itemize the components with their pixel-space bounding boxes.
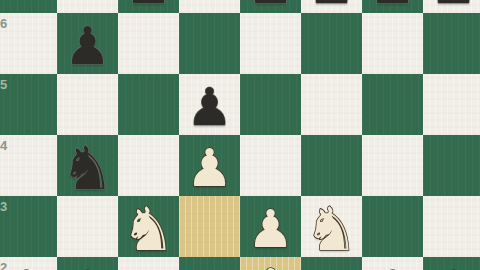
- black-pawn[interactable]: ♟: [369, 0, 416, 11]
- black-pawn[interactable]: ♟: [64, 20, 111, 72]
- white-pawn[interactable]: ♟: [64, 264, 111, 270]
- chess-board-viewport: ♟♟♟♟♟6♟5♟4♞♟3♞♟♞2♟♟♝♟♟: [0, 0, 480, 270]
- square-g7[interactable]: ♟: [362, 0, 423, 13]
- white-knight[interactable]: ♞: [122, 199, 176, 259]
- white-pawn[interactable]: ♟: [369, 264, 416, 270]
- black-pawn[interactable]: ♟: [186, 81, 233, 133]
- rank-label-3: 3: [0, 199, 7, 214]
- square-g2[interactable]: ♟: [362, 257, 423, 270]
- square-c4[interactable]: [118, 135, 179, 196]
- square-b6[interactable]: ♟: [57, 13, 118, 74]
- square-f7[interactable]: ♟: [301, 0, 362, 13]
- square-e6[interactable]: [240, 13, 301, 74]
- square-g6[interactable]: [362, 13, 423, 74]
- square-e7[interactable]: ♟: [240, 0, 301, 13]
- square-g5[interactable]: [362, 74, 423, 135]
- square-h3[interactable]: [423, 196, 480, 257]
- square-h4[interactable]: [423, 135, 480, 196]
- white-pawn[interactable]: ♟: [186, 142, 233, 194]
- square-h6[interactable]: [423, 13, 480, 74]
- square-b4[interactable]: ♞: [57, 135, 118, 196]
- black-knight[interactable]: ♞: [61, 138, 115, 198]
- square-h2[interactable]: ♟: [423, 257, 480, 270]
- chess-board[interactable]: ♟♟♟♟♟6♟5♟4♞♟3♞♟♞2♟♟♝♟♟: [0, 0, 480, 270]
- square-a7[interactable]: [0, 0, 57, 13]
- square-g3[interactable]: [362, 196, 423, 257]
- square-a2[interactable]: 2♟: [0, 257, 57, 270]
- square-f6[interactable]: [301, 13, 362, 74]
- square-c6[interactable]: [118, 13, 179, 74]
- white-knight[interactable]: ♞: [305, 199, 359, 259]
- square-h5[interactable]: [423, 74, 480, 135]
- white-bishop[interactable]: ♝: [245, 262, 295, 270]
- square-b5[interactable]: [57, 74, 118, 135]
- square-b7[interactable]: [57, 0, 118, 13]
- white-pawn[interactable]: ♟: [430, 264, 477, 270]
- square-d3[interactable]: [179, 196, 240, 257]
- square-e3[interactable]: ♟: [240, 196, 301, 257]
- square-h7[interactable]: ♟: [423, 0, 480, 13]
- square-f3[interactable]: ♞: [301, 196, 362, 257]
- square-f4[interactable]: [301, 135, 362, 196]
- square-e2[interactable]: ♝: [240, 257, 301, 270]
- black-pawn[interactable]: ♟: [308, 0, 355, 11]
- rank-label-6: 6: [0, 16, 7, 31]
- black-pawn[interactable]: ♟: [430, 0, 477, 11]
- square-c3[interactable]: ♞: [118, 196, 179, 257]
- square-d5[interactable]: ♟: [179, 74, 240, 135]
- square-b2[interactable]: ♟: [57, 257, 118, 270]
- square-e4[interactable]: [240, 135, 301, 196]
- square-f5[interactable]: [301, 74, 362, 135]
- square-d2[interactable]: [179, 257, 240, 270]
- white-pawn[interactable]: ♟: [247, 203, 294, 255]
- rank-label-5: 5: [0, 77, 7, 92]
- square-b3[interactable]: [57, 196, 118, 257]
- black-pawn[interactable]: ♟: [247, 0, 294, 11]
- square-a6[interactable]: 6: [0, 13, 57, 74]
- square-a3[interactable]: 3: [0, 196, 57, 257]
- square-c5[interactable]: [118, 74, 179, 135]
- square-d6[interactable]: [179, 13, 240, 74]
- square-a4[interactable]: 4: [0, 135, 57, 196]
- square-a5[interactable]: 5: [0, 74, 57, 135]
- rank-label-4: 4: [0, 138, 7, 153]
- square-e5[interactable]: [240, 74, 301, 135]
- square-d7[interactable]: [179, 0, 240, 13]
- square-g4[interactable]: [362, 135, 423, 196]
- square-d4[interactable]: ♟: [179, 135, 240, 196]
- black-pawn[interactable]: ♟: [125, 0, 172, 11]
- white-pawn[interactable]: ♟: [3, 264, 50, 270]
- square-c7[interactable]: ♟: [118, 0, 179, 13]
